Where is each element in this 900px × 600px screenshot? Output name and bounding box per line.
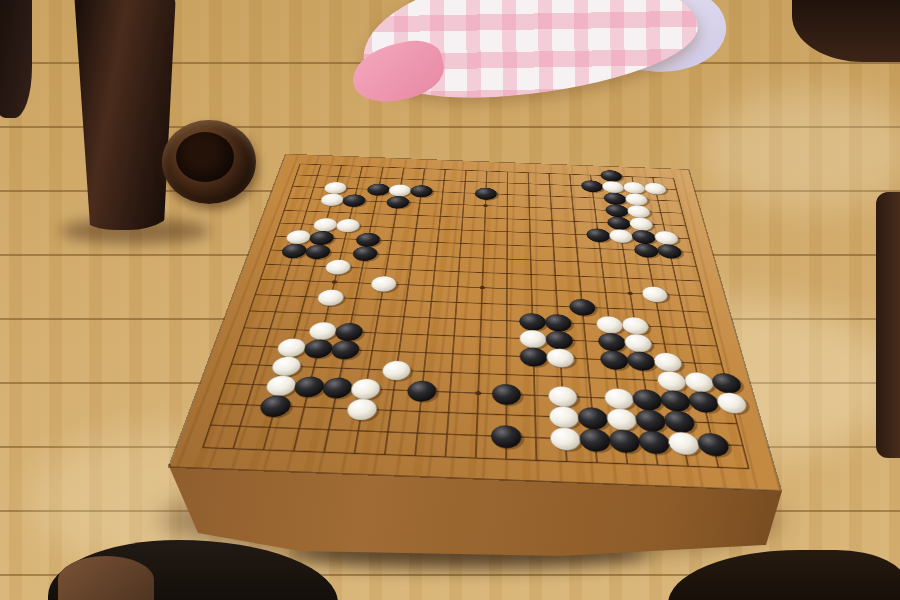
table-leg-right [792, 0, 900, 62]
photo-scene [0, 0, 900, 600]
pink-cushion-fold [347, 35, 449, 109]
foreground-object-right [668, 550, 900, 600]
floor-sheen [700, 90, 900, 210]
go-board[interactable] [170, 154, 780, 489]
table-leg-left [74, 0, 176, 230]
table-leg-corner [0, 0, 32, 118]
foreground-object-knee [58, 556, 154, 600]
stone-bowl-lid[interactable] [162, 120, 256, 204]
table-leg-edge [876, 192, 900, 458]
stone-bowl-lid-inner [176, 132, 234, 182]
goban [170, 154, 780, 489]
